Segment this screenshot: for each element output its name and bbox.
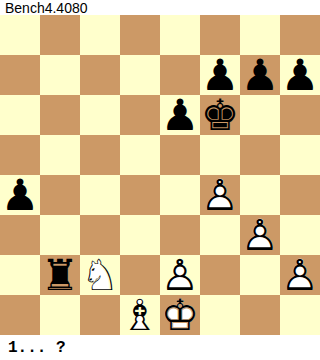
square-b3[interactable] xyxy=(40,215,80,255)
black-pawn-a4: ♟ xyxy=(0,175,40,215)
square-a3[interactable] xyxy=(0,215,40,255)
square-c8[interactable] xyxy=(80,15,120,55)
square-f4[interactable]: ♟♙ xyxy=(200,175,240,215)
square-d6[interactable] xyxy=(120,95,160,135)
square-c5[interactable] xyxy=(80,135,120,175)
square-f2[interactable] xyxy=(200,255,240,295)
square-e1[interactable]: ♚♔ xyxy=(160,295,200,335)
square-b2[interactable]: ♜ xyxy=(40,255,80,295)
square-b8[interactable] xyxy=(40,15,80,55)
square-g7[interactable]: ♟ xyxy=(240,55,280,95)
square-d1[interactable]: ♝♗ xyxy=(120,295,160,335)
black-pawn-h7: ♟ xyxy=(280,55,320,95)
square-e2[interactable]: ♟♙ xyxy=(160,255,200,295)
white-pawn-fill: ♟ xyxy=(240,215,280,255)
square-g6[interactable] xyxy=(240,95,280,135)
square-b1[interactable] xyxy=(40,295,80,335)
square-d7[interactable] xyxy=(120,55,160,95)
square-b4[interactable] xyxy=(40,175,80,215)
square-f6[interactable]: ♚ xyxy=(200,95,240,135)
square-e7[interactable] xyxy=(160,55,200,95)
white-bishop-fill: ♝ xyxy=(120,295,160,335)
square-h8[interactable] xyxy=(280,15,320,55)
square-f7[interactable]: ♟ xyxy=(200,55,240,95)
black-pawn-e6: ♟ xyxy=(160,95,200,135)
white-pawn-fill: ♟ xyxy=(160,255,200,295)
square-e5[interactable] xyxy=(160,135,200,175)
square-g8[interactable] xyxy=(240,15,280,55)
square-g5[interactable] xyxy=(240,135,280,175)
black-pawn-g7: ♟ xyxy=(240,55,280,95)
square-a5[interactable] xyxy=(0,135,40,175)
square-d3[interactable] xyxy=(120,215,160,255)
black-rook-b2: ♜ xyxy=(40,255,80,295)
square-c4[interactable] xyxy=(80,175,120,215)
white-pawn-fill: ♟ xyxy=(280,255,320,295)
square-h5[interactable] xyxy=(280,135,320,175)
white-pawn-fill: ♟ xyxy=(200,175,240,215)
square-f8[interactable] xyxy=(200,15,240,55)
square-g4[interactable] xyxy=(240,175,280,215)
white-king-e1: ♔ xyxy=(160,295,200,335)
square-d4[interactable] xyxy=(120,175,160,215)
square-a4[interactable]: ♟ xyxy=(0,175,40,215)
chess-board: ♟♟♟♟♚♟♟♙♟♙♜♞♘♟♙♟♙♝♗♚♔ xyxy=(0,15,320,335)
square-e3[interactable] xyxy=(160,215,200,255)
square-f1[interactable] xyxy=(200,295,240,335)
square-a6[interactable] xyxy=(0,95,40,135)
square-f5[interactable] xyxy=(200,135,240,175)
square-c6[interactable] xyxy=(80,95,120,135)
square-e8[interactable] xyxy=(160,15,200,55)
square-b6[interactable] xyxy=(40,95,80,135)
square-c3[interactable] xyxy=(80,215,120,255)
square-c7[interactable] xyxy=(80,55,120,95)
white-bishop-d1: ♗ xyxy=(120,295,160,335)
diagram-title: Bench4.4080 xyxy=(5,0,88,15)
square-h6[interactable] xyxy=(280,95,320,135)
square-e4[interactable] xyxy=(160,175,200,215)
square-h4[interactable] xyxy=(280,175,320,215)
square-g2[interactable] xyxy=(240,255,280,295)
move-prompt: 1... ? xyxy=(8,336,66,360)
square-b7[interactable] xyxy=(40,55,80,95)
white-pawn-h2: ♙ xyxy=(280,255,320,295)
square-e6[interactable]: ♟ xyxy=(160,95,200,135)
square-h2[interactable]: ♟♙ xyxy=(280,255,320,295)
square-d8[interactable] xyxy=(120,15,160,55)
white-pawn-e2: ♙ xyxy=(160,255,200,295)
square-g3[interactable]: ♟♙ xyxy=(240,215,280,255)
black-pawn-f7: ♟ xyxy=(200,55,240,95)
square-h7[interactable]: ♟ xyxy=(280,55,320,95)
square-a7[interactable] xyxy=(0,55,40,95)
square-f3[interactable] xyxy=(200,215,240,255)
square-a1[interactable] xyxy=(0,295,40,335)
white-pawn-f4: ♙ xyxy=(200,175,240,215)
black-king-f6: ♚ xyxy=(200,95,240,135)
square-h1[interactable] xyxy=(280,295,320,335)
square-c1[interactable] xyxy=(80,295,120,335)
square-a8[interactable] xyxy=(0,15,40,55)
white-pawn-g3: ♙ xyxy=(240,215,280,255)
square-d5[interactable] xyxy=(120,135,160,175)
square-g1[interactable] xyxy=(240,295,280,335)
white-king-fill: ♚ xyxy=(160,295,200,335)
square-b5[interactable] xyxy=(40,135,80,175)
white-knight-fill: ♞ xyxy=(80,255,120,295)
square-d2[interactable] xyxy=(120,255,160,295)
white-knight-c2: ♘ xyxy=(80,255,120,295)
square-c2[interactable]: ♞♘ xyxy=(80,255,120,295)
square-a2[interactable] xyxy=(0,255,40,295)
square-h3[interactable] xyxy=(280,215,320,255)
